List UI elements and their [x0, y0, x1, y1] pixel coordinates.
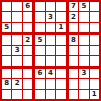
cell-r9c6[interactable] — [56, 90, 65, 99]
cell-r4c9[interactable] — [90, 35, 99, 44]
cell-r8c3[interactable] — [23, 79, 32, 88]
cell-r2c7: 2 — [69, 12, 78, 21]
cell-r2c9[interactable] — [90, 12, 99, 21]
cell-r2c3[interactable] — [23, 12, 32, 21]
cell-r2c5: 3 — [46, 12, 55, 21]
cell-r7c9[interactable] — [90, 69, 99, 78]
cell-r8c2: 2 — [12, 79, 21, 88]
cell-r5c6[interactable] — [56, 46, 65, 55]
cell-r5c7[interactable] — [69, 46, 78, 55]
cell-r8c1: 8 — [2, 79, 11, 88]
cell-r8c9[interactable] — [90, 79, 99, 88]
box-9: 31 — [69, 69, 99, 99]
box-6: 8 — [69, 35, 99, 65]
cell-r7c2[interactable] — [12, 69, 21, 78]
cell-r9c4[interactable] — [35, 90, 44, 99]
box-5: 5 — [35, 35, 65, 65]
cell-r6c9[interactable] — [90, 56, 99, 65]
cell-r7c1[interactable] — [2, 69, 11, 78]
cell-r1c8: 5 — [79, 2, 88, 11]
cell-r3c2[interactable] — [12, 23, 21, 32]
cell-r5c8[interactable] — [79, 46, 88, 55]
cell-r8c4[interactable] — [35, 79, 44, 88]
cell-r6c8[interactable] — [79, 56, 88, 65]
cell-r4c1[interactable] — [2, 35, 11, 44]
cell-r3c4[interactable] — [35, 23, 44, 32]
sudoku-board: 65317522358826431 — [0, 0, 101, 101]
cell-r9c8[interactable] — [79, 90, 88, 99]
cell-r6c7[interactable] — [69, 56, 78, 65]
cell-r1c6[interactable] — [56, 2, 65, 11]
cell-r7c5: 4 — [46, 69, 55, 78]
cell-r4c5[interactable] — [46, 35, 55, 44]
cell-r2c1[interactable] — [2, 12, 11, 21]
cell-r2c2[interactable] — [12, 12, 21, 21]
cell-r6c5[interactable] — [46, 56, 55, 65]
cell-r5c9[interactable] — [90, 46, 99, 55]
box-4: 23 — [2, 35, 32, 65]
cell-r9c7[interactable] — [69, 90, 78, 99]
cell-r6c1[interactable] — [2, 56, 11, 65]
cell-r8c5[interactable] — [46, 79, 55, 88]
cell-r3c8[interactable] — [79, 23, 88, 32]
cell-r3c6: 1 — [56, 23, 65, 32]
cell-r7c8: 3 — [79, 69, 88, 78]
cell-r7c6[interactable] — [56, 69, 65, 78]
cell-r7c4: 6 — [35, 69, 44, 78]
cell-r5c4[interactable] — [35, 46, 44, 55]
cell-r3c1: 5 — [2, 23, 11, 32]
cell-r1c5[interactable] — [46, 2, 55, 11]
cell-r4c2[interactable] — [12, 35, 21, 44]
box-8: 64 — [35, 69, 65, 99]
cell-r2c4[interactable] — [35, 12, 44, 21]
cell-r3c5[interactable] — [46, 23, 55, 32]
cell-r1c2[interactable] — [12, 2, 21, 11]
cell-r1c9[interactable] — [90, 2, 99, 11]
cell-r7c7[interactable] — [69, 69, 78, 78]
cell-r1c3: 6 — [23, 2, 32, 11]
cell-r9c9: 1 — [90, 90, 99, 99]
box-2: 31 — [35, 2, 65, 32]
cell-r1c1[interactable] — [2, 2, 11, 11]
cell-r4c3: 2 — [23, 35, 32, 44]
cell-r5c2: 3 — [12, 46, 21, 55]
cell-r5c1[interactable] — [2, 46, 11, 55]
cell-r3c9[interactable] — [90, 23, 99, 32]
cell-r1c7: 7 — [69, 2, 78, 11]
box-1: 65 — [2, 2, 32, 32]
cell-r4c6[interactable] — [56, 35, 65, 44]
box-3: 752 — [69, 2, 99, 32]
cell-r8c6[interactable] — [56, 79, 65, 88]
cell-r9c1[interactable] — [2, 90, 11, 99]
cell-r7c3[interactable] — [23, 69, 32, 78]
cell-r5c5[interactable] — [46, 46, 55, 55]
cell-r4c7: 8 — [69, 35, 78, 44]
box-7: 82 — [2, 69, 32, 99]
cell-r3c3[interactable] — [23, 23, 32, 32]
cell-r4c4: 5 — [35, 35, 44, 44]
cell-r5c3[interactable] — [23, 46, 32, 55]
cell-r6c2[interactable] — [12, 56, 21, 65]
cell-r6c4[interactable] — [35, 56, 44, 65]
cell-r1c4[interactable] — [35, 2, 44, 11]
cell-r9c3[interactable] — [23, 90, 32, 99]
cell-r6c6[interactable] — [56, 56, 65, 65]
cell-r8c7[interactable] — [69, 79, 78, 88]
cell-r3c7[interactable] — [69, 23, 78, 32]
cell-r9c5[interactable] — [46, 90, 55, 99]
cell-r8c8[interactable] — [79, 79, 88, 88]
cell-r9c2[interactable] — [12, 90, 21, 99]
cell-r6c3[interactable] — [23, 56, 32, 65]
cell-r4c8[interactable] — [79, 35, 88, 44]
cell-r2c8[interactable] — [79, 12, 88, 21]
cell-r2c6[interactable] — [56, 12, 65, 21]
